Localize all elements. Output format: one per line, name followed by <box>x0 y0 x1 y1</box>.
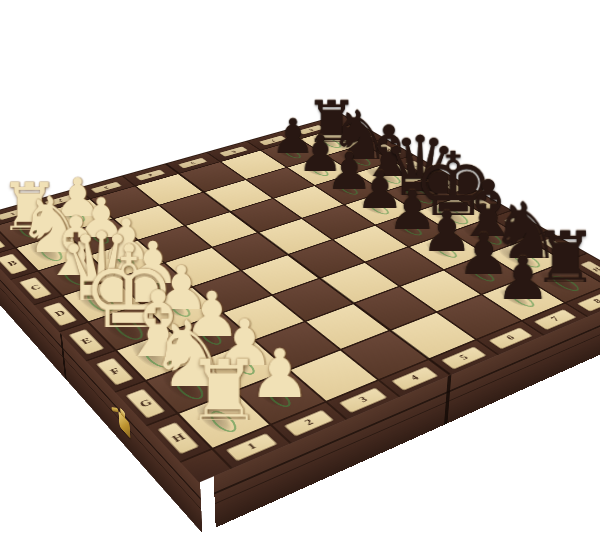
chess-set-photo: ABCDEFGH8877665544332211ABCDEFGH ♜♞♝♛♚♝♞… <box>0 0 600 533</box>
chess-board: ABCDEFGH8877665544332211ABCDEFGH ♜♞♝♛♚♝♞… <box>0 115 600 480</box>
pieces-layer: ♜♞♝♛♚♝♞♜♟♟♟♟♟♟♟♟♟♟♟♟♟♟♟♟♜♞♝♛♚♝♞♜ <box>0 115 600 480</box>
